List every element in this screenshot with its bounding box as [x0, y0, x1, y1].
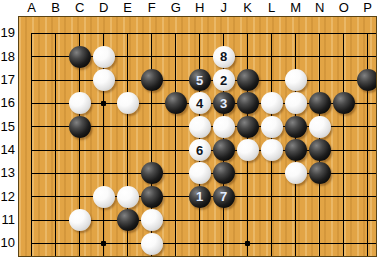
star-point-D16 [101, 101, 106, 106]
row-label-15: 15 [0, 119, 15, 135]
column-label-B: B [44, 0, 68, 15]
stone-white-M13[interactable] [285, 162, 307, 184]
grid-line-row-19 [32, 33, 376, 34]
column-label-C: C [68, 0, 92, 15]
row-label-11: 11 [0, 212, 15, 228]
stone-white-K14[interactable] [237, 139, 259, 161]
row-label-17: 17 [0, 72, 15, 88]
stone-white-E12[interactable] [117, 186, 139, 208]
stone-black-G16[interactable] [165, 92, 187, 114]
stone-white-F10[interactable] [141, 233, 163, 255]
stone-black-N16[interactable] [309, 92, 331, 114]
column-label-K: K [236, 0, 260, 15]
star-point-K10 [245, 241, 250, 246]
stone-black-P17[interactable] [357, 69, 377, 91]
column-label-O: O [332, 0, 356, 15]
row-label-13: 13 [0, 165, 15, 181]
row-label-18: 18 [0, 49, 15, 65]
grid-line-col-G [175, 33, 176, 256]
move-number-4: 4 [196, 97, 203, 110]
grid-line-col-B [55, 33, 56, 256]
go-board-screenshot: 85243617 ABCDEFGHJKLMNOP 191817161514131… [0, 0, 377, 257]
column-label-E: E [116, 0, 140, 15]
stone-black-K16[interactable] [237, 92, 259, 114]
column-label-L: L [260, 0, 284, 15]
stone-white-M17[interactable] [285, 69, 307, 91]
stone-white-N15[interactable] [309, 116, 331, 138]
stone-black-J13[interactable] [213, 162, 235, 184]
stone-white-L16[interactable] [261, 92, 283, 114]
stone-black-O16[interactable] [333, 92, 355, 114]
stone-black-C18[interactable] [69, 46, 91, 68]
stone-white-H14[interactable]: 6 [189, 139, 211, 161]
row-label-10: 10 [0, 235, 15, 251]
stone-white-D17[interactable] [93, 69, 115, 91]
row-label-16: 16 [0, 95, 15, 111]
stone-white-J17[interactable]: 2 [213, 69, 235, 91]
stone-black-M14[interactable] [285, 139, 307, 161]
stone-white-F11[interactable] [141, 209, 163, 231]
stone-black-F12[interactable] [141, 186, 163, 208]
move-number-2: 2 [220, 74, 227, 87]
move-number-3: 3 [220, 97, 227, 110]
stone-black-H17[interactable]: 5 [189, 69, 211, 91]
stone-white-E16[interactable] [117, 92, 139, 114]
stone-white-H13[interactable] [189, 162, 211, 184]
column-label-A: A [20, 0, 44, 15]
goban[interactable]: 85243617 [18, 16, 377, 257]
move-number-6: 6 [196, 144, 203, 157]
column-label-G: G [164, 0, 188, 15]
stone-black-N14[interactable] [309, 139, 331, 161]
stone-black-F13[interactable] [141, 162, 163, 184]
stone-black-F17[interactable] [141, 69, 163, 91]
stone-white-H15[interactable] [189, 116, 211, 138]
column-label-D: D [92, 0, 116, 15]
stone-black-J16[interactable]: 3 [213, 92, 235, 114]
stone-white-M16[interactable] [285, 92, 307, 114]
stone-black-C15[interactable] [69, 116, 91, 138]
stone-white-L15[interactable] [261, 116, 283, 138]
move-number-5: 5 [196, 74, 203, 87]
row-label-19: 19 [0, 25, 15, 41]
star-point-D10 [101, 241, 106, 246]
move-number-8: 8 [220, 50, 227, 63]
stone-black-E11[interactable] [117, 209, 139, 231]
row-label-12: 12 [0, 189, 15, 205]
move-number-1: 1 [196, 190, 203, 203]
stone-black-J12[interactable]: 7 [213, 186, 235, 208]
stone-black-K17[interactable] [237, 69, 259, 91]
stone-black-K15[interactable] [237, 116, 259, 138]
row-label-14: 14 [0, 142, 15, 158]
column-label-N: N [308, 0, 332, 15]
stone-white-J15[interactable] [213, 116, 235, 138]
stone-white-C16[interactable] [69, 92, 91, 114]
grid-line-col-O [343, 33, 344, 256]
stone-black-J14[interactable] [213, 139, 235, 161]
column-label-P: P [356, 0, 377, 15]
stone-white-L14[interactable] [261, 139, 283, 161]
column-label-J: J [212, 0, 236, 15]
stone-black-N13[interactable] [309, 162, 331, 184]
column-label-M: M [284, 0, 308, 15]
stone-white-C11[interactable] [69, 209, 91, 231]
move-number-7: 7 [220, 190, 227, 203]
stone-black-H12[interactable]: 1 [189, 186, 211, 208]
column-label-F: F [140, 0, 164, 15]
grid-line-row-10 [32, 243, 376, 244]
stone-black-M15[interactable] [285, 116, 307, 138]
stone-white-J18[interactable]: 8 [213, 46, 235, 68]
stone-white-D12[interactable] [93, 186, 115, 208]
grid-line-col-P [367, 33, 368, 256]
stone-white-H16[interactable]: 4 [189, 92, 211, 114]
column-label-H: H [188, 0, 212, 15]
stone-white-D18[interactable] [93, 46, 115, 68]
grid-line-col-A [31, 33, 32, 256]
